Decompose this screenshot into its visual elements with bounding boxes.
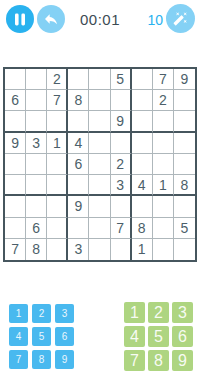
sudoku-cell-r9c6[interactable] — [111, 239, 132, 260]
pause-button[interactable] — [6, 5, 34, 33]
sudoku-cell-r8c2[interactable]: 6 — [26, 218, 47, 239]
sudoku-cell-r1c8[interactable]: 7 — [153, 69, 174, 90]
right-keypad-key-3[interactable]: 3 — [172, 302, 193, 323]
sudoku-cell-r2c6[interactable] — [111, 90, 132, 111]
sudoku-cell-r3c4[interactable] — [68, 111, 89, 132]
sudoku-cell-r6c6[interactable]: 3 — [111, 175, 132, 196]
left-keypad-key-9[interactable]: 9 — [55, 350, 74, 369]
sudoku-cell-r4c1[interactable]: 9 — [5, 133, 26, 154]
sudoku-cell-r9c3[interactable] — [47, 239, 68, 260]
undo-icon — [43, 11, 59, 27]
sudoku-cell-r5c5[interactable] — [89, 154, 110, 175]
hint-count: 10 — [147, 12, 163, 28]
number-pad-right: 123456789 — [124, 302, 193, 371]
left-keypad-key-2[interactable]: 2 — [32, 304, 51, 323]
sudoku-cell-r5c1[interactable] — [5, 154, 26, 175]
sudoku-cell-r9c1[interactable]: 7 — [5, 239, 26, 260]
sudoku-cell-r6c1[interactable] — [5, 175, 26, 196]
right-keypad-key-1[interactable]: 1 — [124, 302, 145, 323]
sudoku-cell-r8c1[interactable] — [5, 218, 26, 239]
right-keypad-key-4[interactable]: 4 — [124, 326, 145, 347]
sudoku-cell-r9c9[interactable] — [174, 239, 195, 260]
left-keypad-key-3[interactable]: 3 — [55, 304, 74, 323]
left-keypad-key-6[interactable]: 6 — [55, 327, 74, 346]
left-keypad-key-8[interactable]: 8 — [32, 350, 51, 369]
sudoku-cell-r7c3[interactable] — [47, 196, 68, 217]
sudoku-cell-r9c5[interactable] — [89, 239, 110, 260]
sudoku-cell-r3c7[interactable] — [132, 111, 153, 132]
sudoku-cell-r8c7[interactable]: 8 — [132, 218, 153, 239]
sudoku-cell-r7c1[interactable] — [5, 196, 26, 217]
sudoku-cell-r3c3[interactable] — [47, 111, 68, 132]
sudoku-cell-r3c2[interactable] — [26, 111, 47, 132]
sudoku-cell-r1c3[interactable]: 2 — [47, 69, 68, 90]
sudoku-cell-r8c8[interactable] — [153, 218, 174, 239]
right-keypad-key-8[interactable]: 8 — [148, 350, 169, 371]
sudoku-cell-r6c4[interactable] — [68, 175, 89, 196]
sudoku-cell-r1c2[interactable] — [26, 69, 47, 90]
sudoku-cell-r1c5[interactable] — [89, 69, 110, 90]
sudoku-cell-r1c4[interactable] — [68, 69, 89, 90]
sudoku-cell-r6c8[interactable]: 1 — [153, 175, 174, 196]
sudoku-cell-r2c5[interactable] — [89, 90, 110, 111]
sudoku-cell-r7c6[interactable] — [111, 196, 132, 217]
timer: 00:01 — [60, 11, 140, 28]
sudoku-cell-r7c8[interactable] — [153, 196, 174, 217]
sudoku-cell-r8c5[interactable] — [89, 218, 110, 239]
sudoku-cell-r4c3[interactable]: 1 — [47, 133, 68, 154]
sudoku-cell-r4c7[interactable] — [132, 133, 153, 154]
sudoku-cell-r3c8[interactable] — [153, 111, 174, 132]
sudoku-cell-r2c1[interactable]: 6 — [5, 90, 26, 111]
sudoku-cell-r7c5[interactable] — [89, 196, 110, 217]
sudoku-cell-r4c5[interactable] — [89, 133, 110, 154]
sudoku-cell-r8c6[interactable]: 7 — [111, 218, 132, 239]
left-keypad-key-4[interactable]: 4 — [9, 327, 28, 346]
sudoku-cell-r6c5[interactable] — [89, 175, 110, 196]
sudoku-cell-r9c2[interactable]: 8 — [26, 239, 47, 260]
sudoku-cell-r4c4[interactable]: 4 — [68, 133, 89, 154]
sudoku-cell-r1c6[interactable]: 5 — [111, 69, 132, 90]
sudoku-cell-r1c1[interactable] — [5, 69, 26, 90]
left-keypad-key-5[interactable]: 5 — [32, 327, 51, 346]
sudoku-cell-r9c4[interactable]: 3 — [68, 239, 89, 260]
sudoku-cell-r5c3[interactable] — [47, 154, 68, 175]
sudoku-cell-r4c8[interactable] — [153, 133, 174, 154]
pause-icon — [14, 13, 26, 26]
right-keypad-key-7[interactable]: 7 — [124, 350, 145, 371]
sudoku-cell-r7c4[interactable]: 9 — [68, 196, 89, 217]
sudoku-cell-r7c2[interactable] — [26, 196, 47, 217]
sudoku-cell-r5c9[interactable] — [174, 154, 195, 175]
sudoku-cell-r1c7[interactable] — [132, 69, 153, 90]
toolbar: 00:01 10 — [0, 0, 200, 40]
sudoku-cell-r4c6[interactable] — [111, 133, 132, 154]
right-keypad-key-6[interactable]: 6 — [172, 326, 193, 347]
sudoku-cell-r8c3[interactable] — [47, 218, 68, 239]
sudoku-cell-r5c7[interactable] — [132, 154, 153, 175]
sudoku-cell-r6c2[interactable] — [26, 175, 47, 196]
sudoku-cell-r4c2[interactable]: 3 — [26, 133, 47, 154]
sudoku-cell-r3c9[interactable] — [174, 111, 195, 132]
magic-wand-icon — [173, 11, 188, 26]
sudoku-cell-r6c3[interactable] — [47, 175, 68, 196]
sudoku-cell-r6c7[interactable]: 4 — [132, 175, 153, 196]
sudoku-cell-r5c6[interactable]: 2 — [111, 154, 132, 175]
number-pad-left: 123456789 — [9, 304, 74, 369]
sudoku-cell-r2c7[interactable] — [132, 90, 153, 111]
sudoku-cell-r7c9[interactable] — [174, 196, 195, 217]
sudoku-cell-r3c1[interactable] — [5, 111, 26, 132]
sudoku-cell-r2c8[interactable]: 2 — [153, 90, 174, 111]
sudoku-cell-r8c9[interactable]: 5 — [174, 218, 195, 239]
sudoku-board: 2579678299314623418967857831 — [3, 67, 197, 262]
right-keypad-key-2[interactable]: 2 — [148, 302, 169, 323]
left-keypad-key-7[interactable]: 7 — [9, 350, 28, 369]
sudoku-cell-r3c5[interactable] — [89, 111, 110, 132]
sudoku-cell-r5c4[interactable]: 6 — [68, 154, 89, 175]
sudoku-cell-r9c8[interactable] — [153, 239, 174, 260]
sudoku-cell-r4c9[interactable] — [174, 133, 195, 154]
sudoku-cell-r7c7[interactable] — [132, 196, 153, 217]
sudoku-cell-r2c4[interactable]: 8 — [68, 90, 89, 111]
hint-button[interactable] — [166, 4, 195, 33]
sudoku-cell-r6c9[interactable]: 8 — [174, 175, 195, 196]
sudoku-cell-r2c3[interactable]: 7 — [47, 90, 68, 111]
sudoku-cell-r3c6[interactable]: 9 — [111, 111, 132, 132]
sudoku-cell-r2c9[interactable] — [174, 90, 195, 111]
sudoku-cell-r9c7[interactable]: 1 — [132, 239, 153, 260]
sudoku-cell-r8c4[interactable] — [68, 218, 89, 239]
right-keypad-key-5[interactable]: 5 — [148, 326, 169, 347]
left-keypad-key-1[interactable]: 1 — [9, 304, 28, 323]
sudoku-cell-r2c2[interactable] — [26, 90, 47, 111]
sudoku-cell-r5c8[interactable] — [153, 154, 174, 175]
right-keypad-key-9[interactable]: 9 — [172, 350, 193, 371]
sudoku-cell-r5c2[interactable] — [26, 154, 47, 175]
sudoku-cell-r1c9[interactable]: 9 — [174, 69, 195, 90]
